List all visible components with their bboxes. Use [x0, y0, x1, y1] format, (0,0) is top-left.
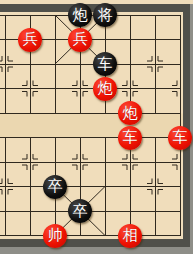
- piece-red-cannon-f3[interactable]: 炮: [93, 77, 117, 101]
- piece-black-soldier-d7[interactable]: 卒: [43, 175, 67, 199]
- piece-red-cannon-g4[interactable]: 炮: [118, 101, 142, 125]
- piece-black-soldier-e8[interactable]: 卒: [68, 199, 92, 223]
- piece-black-chariot-f2[interactable]: 车: [93, 52, 117, 76]
- piece-red-soldier-e1[interactable]: 兵: [68, 28, 92, 52]
- piece-black-general-f0[interactable]: 将: [93, 3, 117, 27]
- piece-red-elephant-g9[interactable]: 相: [118, 224, 142, 248]
- piece-red-chariot-g5[interactable]: 车: [118, 126, 142, 150]
- piece-red-chariot-i5[interactable]: 车: [168, 126, 192, 150]
- piece-red-general-d9[interactable]: 帅: [43, 224, 67, 248]
- piece-black-cannon-e0[interactable]: 炮: [68, 3, 92, 27]
- piece-red-soldier-c1[interactable]: 兵: [18, 28, 42, 52]
- xiangqi-board[interactable]: 炮将车卒卒兵兵炮炮车车帅相: [0, 0, 193, 254]
- pieces-grid: 炮将车卒卒兵兵炮炮车车帅相: [0, 3, 193, 248]
